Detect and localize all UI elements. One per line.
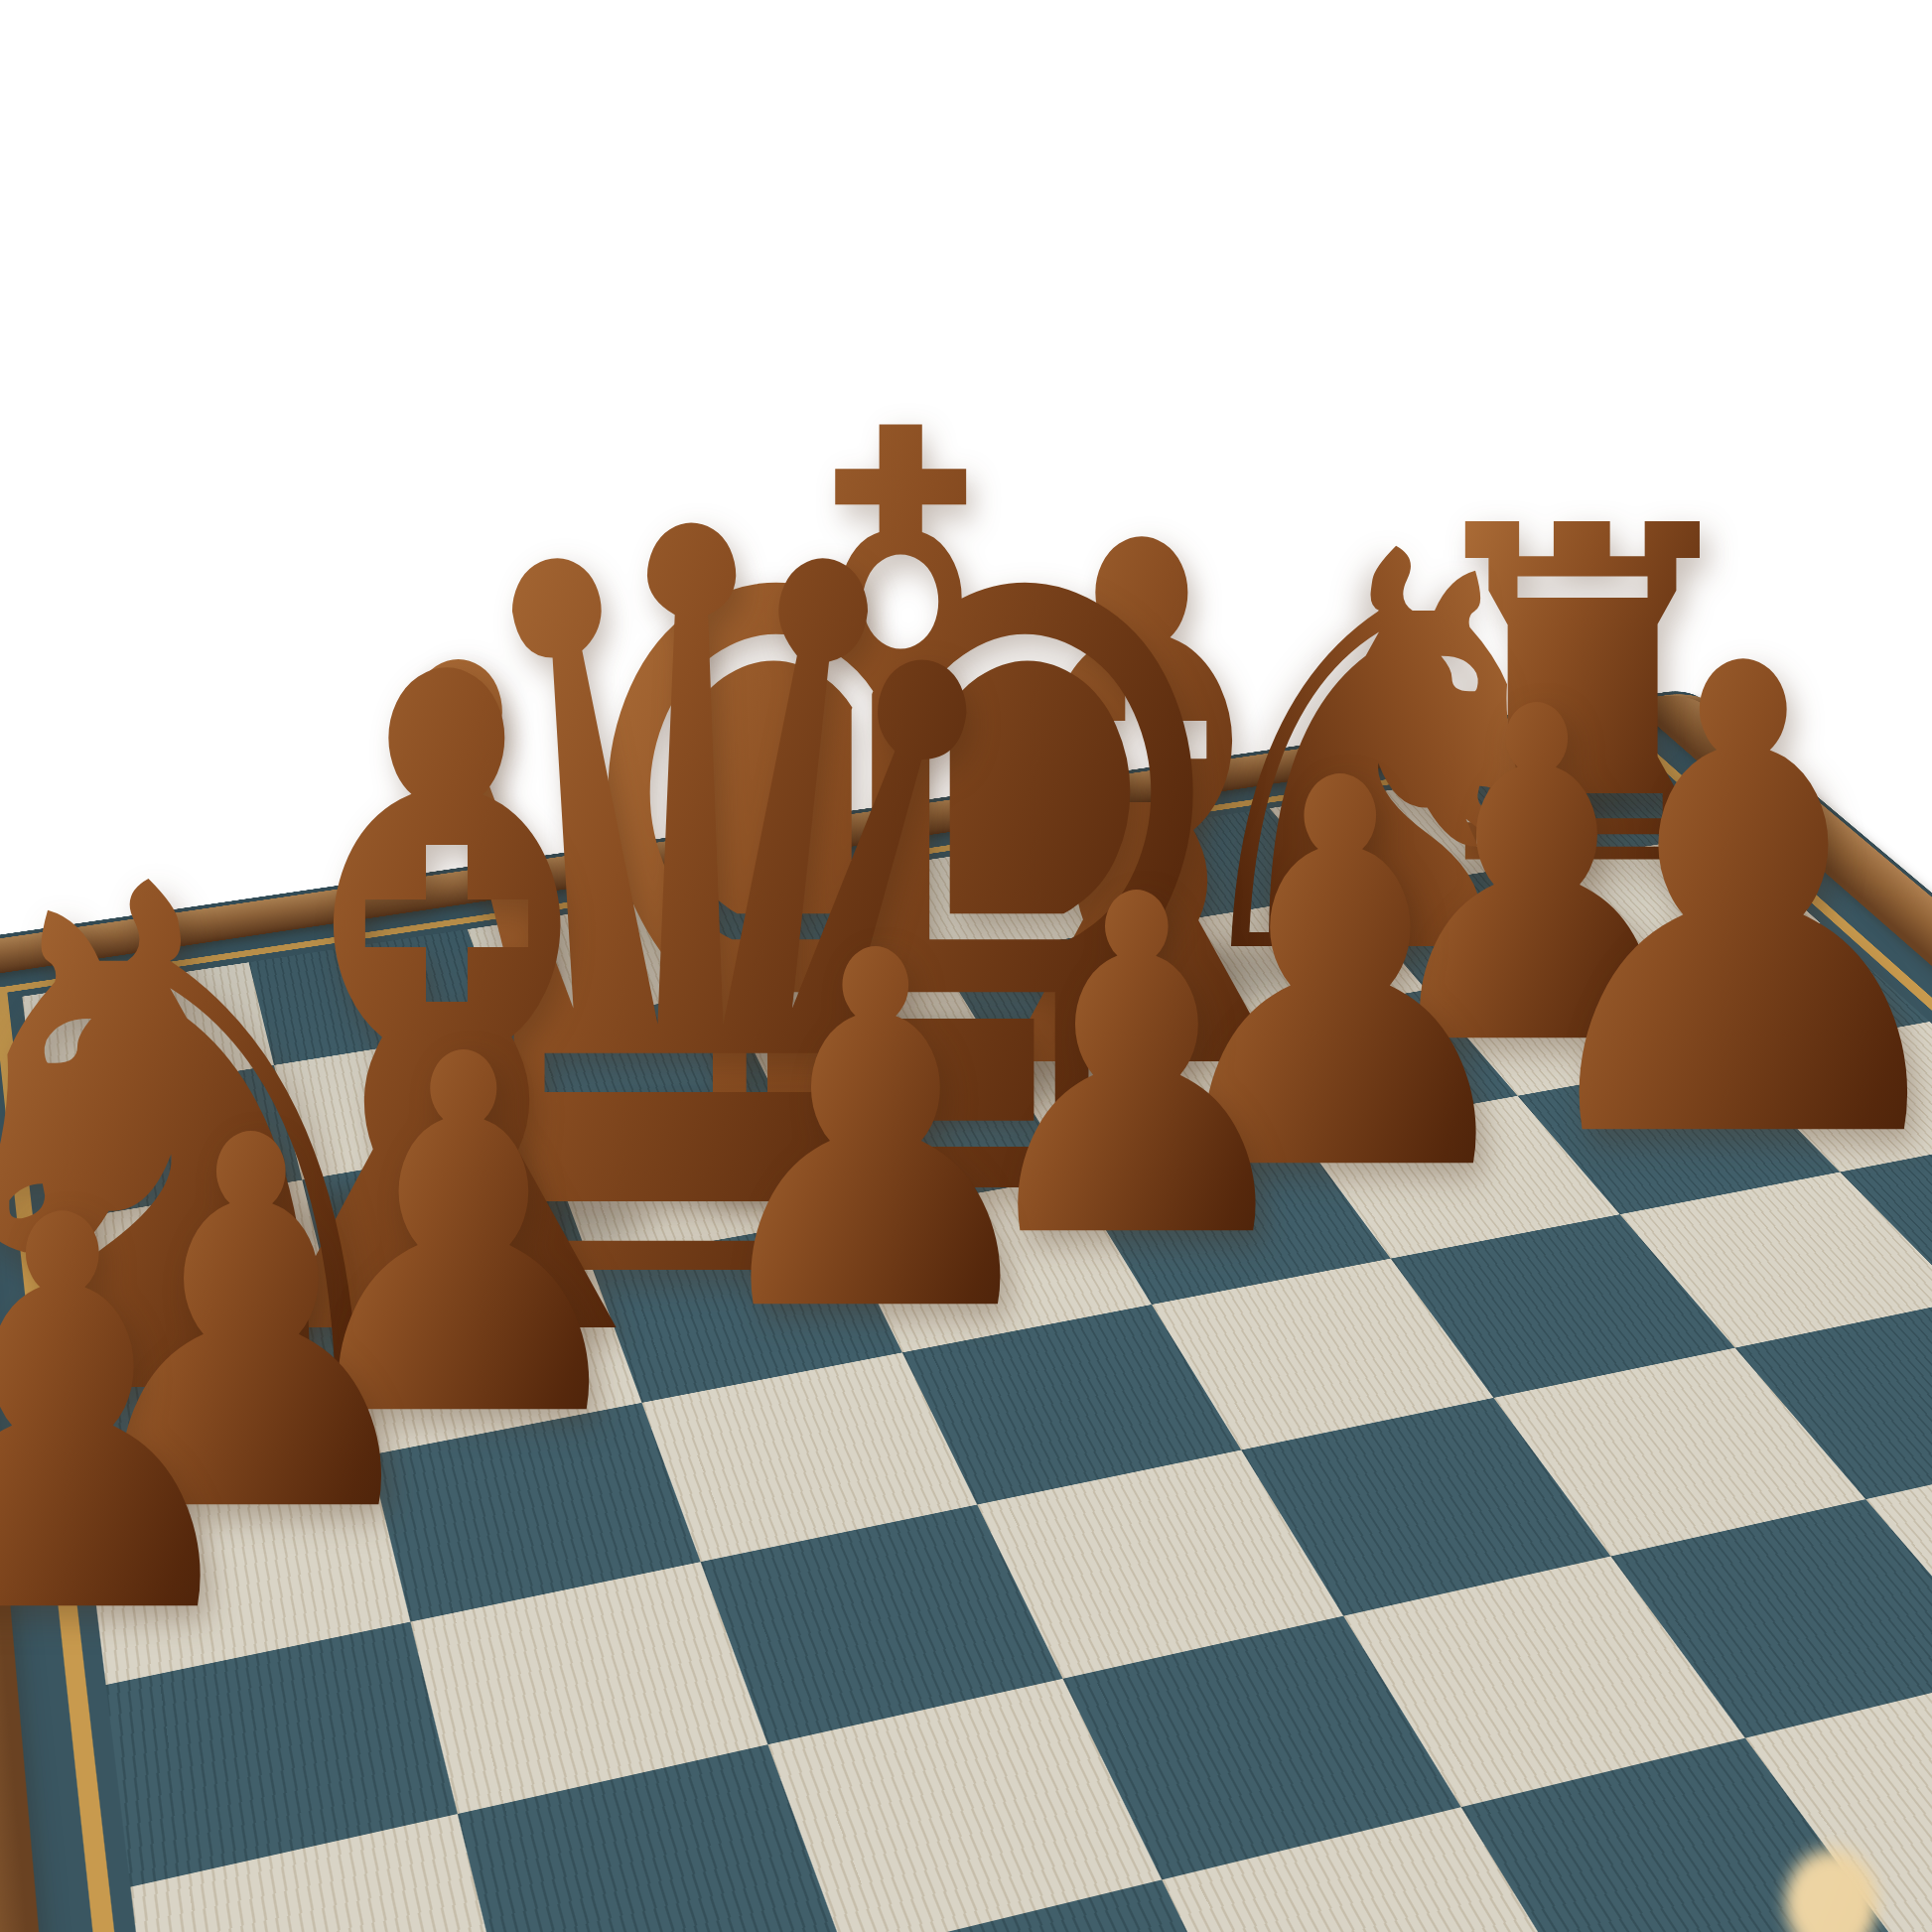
- board-tray: [0, 689, 1932, 1932]
- board-grid: [22, 754, 1932, 1932]
- board-plane: [0, 0, 1932, 1932]
- chess-set-photo: ♜♞♝♟♟♚♟♛♟♝♟♞♟♟♟♟: [0, 0, 1932, 1932]
